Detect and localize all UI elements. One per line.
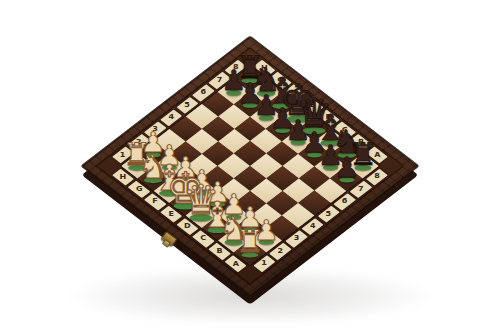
file-label-text: C — [200, 236, 206, 242]
rank-label-text: 7 — [358, 186, 364, 192]
file-label-text: D — [184, 224, 191, 230]
file-label-text: G — [136, 186, 143, 192]
file-label-text: B — [216, 248, 222, 254]
piece-glyph: ♟ — [334, 154, 359, 182]
rank-label-text: 5 — [185, 102, 191, 108]
rank-label-text: 8 — [374, 174, 380, 180]
rank-label-text: 5 — [326, 211, 332, 217]
rank-label-text: 2 — [278, 248, 284, 254]
file-label-text: F — [152, 199, 157, 205]
chess-board: HGFEDCBA HGFEDCBA 87654321 87654321 ♜♞♝♚… — [82, 36, 419, 295]
rank-label-text: 4 — [168, 115, 174, 121]
file-label-text: H — [120, 174, 127, 180]
scene: HGFEDCBA HGFEDCBA 87654321 87654321 ♜♞♝♚… — [0, 0, 500, 333]
rank-label-text: 1 — [262, 261, 268, 267]
piece-glyph: ♜ — [236, 226, 264, 257]
rank-label-text: 6 — [201, 90, 207, 96]
rank-label-text: 3 — [294, 236, 300, 242]
rank-label-text: 4 — [310, 224, 316, 230]
rank-label-text: 6 — [342, 199, 348, 205]
file-label-text: A — [232, 261, 238, 267]
